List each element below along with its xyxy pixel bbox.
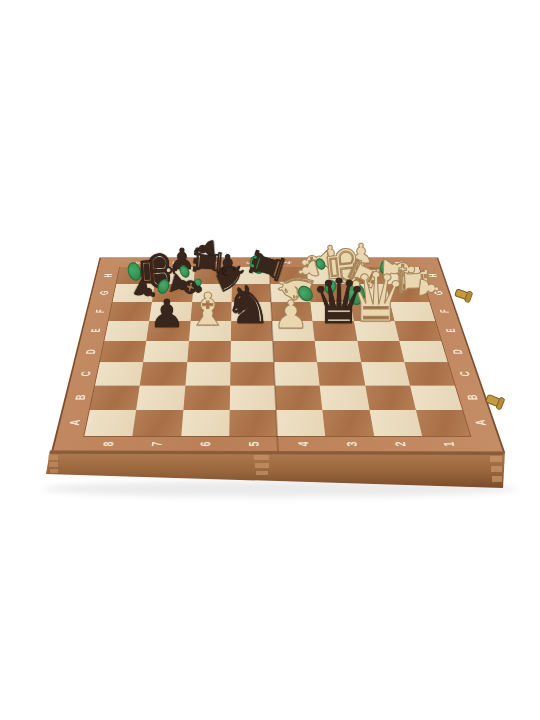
piece-dark-pawn-3: ♟ <box>149 294 185 333</box>
piece-dark-knight-1: ♞ <box>224 280 272 332</box>
product-photo: HHGGFFEEDDCCBBAA8877665544332211 <box>0 0 540 720</box>
piece-dark-queen: ♛ <box>310 271 367 333</box>
pieces-layer: ♟♟♟♞♛♚♝♜♟♞♜♟♝♟♟♟♛♞♚♝♜♝♜♟♟ <box>0 0 540 720</box>
piece-white-pawn-4: ♟ <box>415 275 444 302</box>
piece-white-bishop-1: ♝ <box>187 286 229 332</box>
piece-white-pawn-1: ♟ <box>273 295 309 334</box>
